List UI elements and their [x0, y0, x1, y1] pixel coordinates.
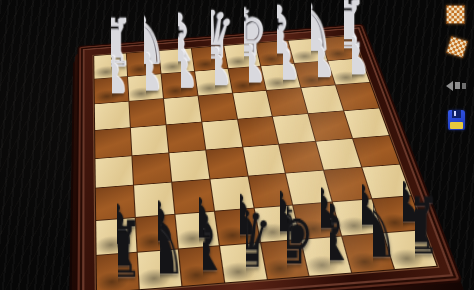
- square[interactable]: [95, 156, 132, 188]
- square[interactable]: [129, 99, 165, 127]
- save-game-button[interactable]: [448, 110, 465, 130]
- square[interactable]: ♟: [328, 58, 369, 84]
- square[interactable]: [95, 101, 130, 129]
- chessboard-3d-scene: ♜♞♝♛♚♝♞♜♟♟♟♟♟♟♟♟♟♟♟♟♟♟♟♟♜♞♝♛♚♝♞♜: [8, 0, 474, 290]
- square[interactable]: [95, 128, 131, 158]
- board-3d-view-button[interactable]: [448, 38, 466, 56]
- square[interactable]: [132, 153, 171, 185]
- square[interactable]: [131, 125, 168, 155]
- undo-bar-icon: [455, 82, 460, 89]
- square[interactable]: [353, 136, 399, 167]
- square[interactable]: ♞: [343, 233, 394, 272]
- square[interactable]: [309, 111, 352, 141]
- chess-app-window: ♜♞♝♛♚♝♞♜♟♟♟♟♟♟♟♟♟♟♟♟♟♟♟♟♜♞♝♛♚♝♞♜: [0, 0, 474, 290]
- board-frame: ♜♞♝♛♚♝♞♜♟♟♟♟♟♟♟♟♟♟♟♟♟♟♟♟♜♞♝♛♚♝♞♜: [75, 23, 463, 290]
- square[interactable]: [202, 119, 242, 149]
- undo-move-button[interactable]: [446, 80, 466, 91]
- square[interactable]: [206, 147, 247, 179]
- square[interactable]: [198, 93, 236, 121]
- right-toolbar: [440, 0, 474, 150]
- square[interactable]: [166, 122, 204, 152]
- square[interactable]: [344, 108, 388, 137]
- board-2d-view-button[interactable]: [446, 5, 465, 24]
- square[interactable]: [267, 88, 307, 116]
- undo-bar-icon: [462, 83, 466, 89]
- square[interactable]: [280, 141, 324, 173]
- checkerboard-flat-icon: [446, 5, 465, 24]
- square[interactable]: ♟: [228, 66, 266, 92]
- square[interactable]: [273, 114, 315, 144]
- square[interactable]: [238, 117, 279, 147]
- chess-board[interactable]: ♜♞♝♛♚♝♞♜♟♟♟♟♟♟♟♟♟♟♟♟♟♟♟♟♜♞♝♛♚♝♞♜: [93, 35, 438, 290]
- square[interactable]: [164, 96, 201, 124]
- square[interactable]: ♜: [384, 230, 437, 269]
- square[interactable]: ♟: [161, 72, 197, 98]
- square[interactable]: [169, 150, 209, 182]
- square[interactable]: [243, 144, 285, 176]
- checkerboard-tilted-icon: [446, 36, 468, 58]
- back-arrow-icon: [446, 81, 453, 91]
- square[interactable]: ♟: [262, 64, 301, 90]
- square[interactable]: ♟: [295, 61, 335, 87]
- square[interactable]: ♟: [195, 69, 232, 95]
- square[interactable]: [233, 91, 272, 119]
- floppy-disk-icon: [448, 110, 465, 130]
- square[interactable]: ♟: [128, 74, 163, 101]
- square[interactable]: [336, 82, 379, 110]
- square[interactable]: ♟: [95, 77, 129, 104]
